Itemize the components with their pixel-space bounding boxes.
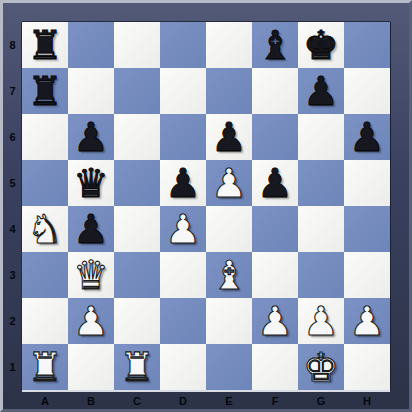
piece-white-pawn[interactable]: ♟ — [211, 160, 247, 206]
square-f7[interactable] — [252, 68, 298, 114]
square-h5[interactable] — [344, 160, 390, 206]
file-label-h: H — [344, 392, 390, 409]
rank-label-8: 8 — [3, 22, 22, 68]
square-a2[interactable] — [22, 298, 68, 344]
file-label-a: A — [22, 392, 68, 409]
square-c1[interactable]: ♜ — [114, 344, 160, 390]
file-label-d: D — [160, 392, 206, 409]
square-b6[interactable]: ♟ — [68, 114, 114, 160]
square-h6[interactable]: ♟ — [344, 114, 390, 160]
file-label-b: B — [68, 392, 114, 409]
square-c2[interactable] — [114, 298, 160, 344]
chess-board-frame: ♜♝♚♜♟♟♟♟♛♟♟♟♞♟♟♛♝♟♟♟♟♜♜♚ 87654321ABCDEFG… — [0, 0, 412, 412]
square-b7[interactable] — [68, 68, 114, 114]
piece-white-pawn[interactable]: ♟ — [303, 298, 339, 344]
square-d3[interactable] — [160, 252, 206, 298]
square-f6[interactable] — [252, 114, 298, 160]
square-c7[interactable] — [114, 68, 160, 114]
square-h3[interactable] — [344, 252, 390, 298]
square-a6[interactable] — [22, 114, 68, 160]
square-h1[interactable] — [344, 344, 390, 390]
piece-black-pawn[interactable]: ♟ — [73, 114, 109, 160]
square-c5[interactable] — [114, 160, 160, 206]
square-g7[interactable]: ♟ — [298, 68, 344, 114]
square-f4[interactable] — [252, 206, 298, 252]
piece-white-pawn[interactable]: ♟ — [73, 298, 109, 344]
square-e8[interactable] — [206, 22, 252, 68]
file-label-c: C — [114, 392, 160, 409]
square-g1[interactable]: ♚ — [298, 344, 344, 390]
piece-white-queen[interactable]: ♛ — [73, 252, 109, 298]
square-f3[interactable] — [252, 252, 298, 298]
piece-black-pawn[interactable]: ♟ — [303, 68, 339, 114]
square-b2[interactable]: ♟ — [68, 298, 114, 344]
file-label-e: E — [206, 392, 252, 409]
piece-white-rook[interactable]: ♜ — [27, 344, 63, 390]
square-g2[interactable]: ♟ — [298, 298, 344, 344]
square-h8[interactable] — [344, 22, 390, 68]
square-g5[interactable] — [298, 160, 344, 206]
square-f5[interactable]: ♟ — [252, 160, 298, 206]
square-a7[interactable]: ♜ — [22, 68, 68, 114]
square-e4[interactable] — [206, 206, 252, 252]
square-g3[interactable] — [298, 252, 344, 298]
piece-black-pawn[interactable]: ♟ — [349, 114, 385, 160]
piece-black-pawn[interactable]: ♟ — [257, 160, 293, 206]
square-b3[interactable]: ♛ — [68, 252, 114, 298]
rank-label-6: 6 — [3, 114, 22, 160]
square-g8[interactable]: ♚ — [298, 22, 344, 68]
square-a5[interactable] — [22, 160, 68, 206]
square-e2[interactable] — [206, 298, 252, 344]
square-f8[interactable]: ♝ — [252, 22, 298, 68]
piece-white-pawn[interactable]: ♟ — [349, 298, 385, 344]
file-label-g: G — [298, 392, 344, 409]
rank-label-7: 7 — [3, 68, 22, 114]
square-b1[interactable] — [68, 344, 114, 390]
file-label-f: F — [252, 392, 298, 409]
square-h2[interactable]: ♟ — [344, 298, 390, 344]
square-f2[interactable]: ♟ — [252, 298, 298, 344]
piece-black-pawn[interactable]: ♟ — [165, 160, 201, 206]
square-d5[interactable]: ♟ — [160, 160, 206, 206]
piece-black-pawn[interactable]: ♟ — [73, 206, 109, 252]
piece-white-pawn[interactable]: ♟ — [257, 298, 293, 344]
piece-white-knight[interactable]: ♞ — [27, 206, 63, 252]
square-a8[interactable]: ♜ — [22, 22, 68, 68]
piece-white-king[interactable]: ♚ — [303, 344, 339, 390]
square-e3[interactable]: ♝ — [206, 252, 252, 298]
chess-board: ♜♝♚♜♟♟♟♟♛♟♟♟♞♟♟♛♝♟♟♟♟♜♜♚ — [22, 22, 390, 390]
square-g6[interactable] — [298, 114, 344, 160]
rank-label-5: 5 — [3, 160, 22, 206]
square-e1[interactable] — [206, 344, 252, 390]
rank-label-3: 3 — [3, 252, 22, 298]
piece-black-bishop[interactable]: ♝ — [257, 22, 293, 68]
square-c6[interactable] — [114, 114, 160, 160]
piece-black-rook[interactable]: ♜ — [27, 22, 63, 68]
piece-black-king[interactable]: ♚ — [303, 22, 339, 68]
square-a4[interactable]: ♞ — [22, 206, 68, 252]
piece-white-bishop[interactable]: ♝ — [211, 252, 247, 298]
square-d6[interactable] — [160, 114, 206, 160]
square-e6[interactable]: ♟ — [206, 114, 252, 160]
square-b5[interactable]: ♛ — [68, 160, 114, 206]
square-e7[interactable] — [206, 68, 252, 114]
piece-white-rook[interactable]: ♜ — [119, 344, 155, 390]
square-d7[interactable] — [160, 68, 206, 114]
square-g4[interactable] — [298, 206, 344, 252]
rank-label-2: 2 — [3, 298, 22, 344]
piece-black-rook[interactable]: ♜ — [27, 68, 63, 114]
piece-black-pawn[interactable]: ♟ — [211, 114, 247, 160]
square-c4[interactable] — [114, 206, 160, 252]
square-e5[interactable]: ♟ — [206, 160, 252, 206]
square-b4[interactable]: ♟ — [68, 206, 114, 252]
square-b8[interactable] — [68, 22, 114, 68]
square-d4[interactable]: ♟ — [160, 206, 206, 252]
square-d2[interactable] — [160, 298, 206, 344]
rank-label-1: 1 — [3, 344, 22, 390]
square-c8[interactable] — [114, 22, 160, 68]
square-a3[interactable] — [22, 252, 68, 298]
square-f1[interactable] — [252, 344, 298, 390]
square-a1[interactable]: ♜ — [22, 344, 68, 390]
square-h7[interactable] — [344, 68, 390, 114]
rank-label-4: 4 — [3, 206, 22, 252]
square-c3[interactable] — [114, 252, 160, 298]
square-h4[interactable] — [344, 206, 390, 252]
piece-white-pawn[interactable]: ♟ — [165, 206, 201, 252]
square-d8[interactable] — [160, 22, 206, 68]
piece-black-queen[interactable]: ♛ — [73, 160, 109, 206]
square-d1[interactable] — [160, 344, 206, 390]
